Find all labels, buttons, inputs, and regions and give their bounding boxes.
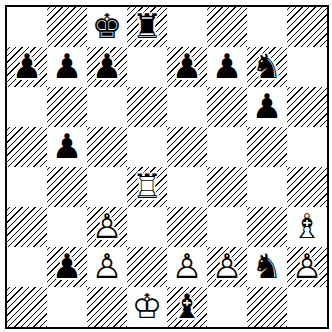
square-f3[interactable] [207,207,247,247]
piece-glyph-layer: ♗ [287,206,327,246]
square-e7[interactable]: ♟♟ [167,47,207,87]
white-bishop-h3[interactable]: ♝♗ [287,207,327,247]
white-king-d1[interactable]: ♚♔ [127,287,167,327]
square-d3[interactable] [127,207,167,247]
board-frame: ♚♚♜♜♟♟♟♟♟♟♟♟♟♟♞♞♟♟♟♟♜♖♟♙♝♗♟♟♟♙♟♙♟♙♞♞♟♙♚♔… [5,5,329,329]
black-king-c8[interactable]: ♚♚ [87,7,127,47]
piece-glyph-layer: ♙ [287,246,327,286]
square-a2[interactable] [7,247,47,287]
piece-glyph-layer: ♚ [87,6,127,46]
square-d8[interactable]: ♜♜ [127,7,167,47]
black-bishop-e1[interactable]: ♝♝ [167,287,207,327]
square-g3[interactable] [247,207,287,247]
piece-glyph-layer: ♝ [167,286,207,326]
black-pawn-b2[interactable]: ♟♟ [47,247,87,287]
square-c7[interactable]: ♟♟ [87,47,127,87]
square-b6[interactable] [47,87,87,127]
square-f5[interactable] [207,127,247,167]
square-c6[interactable] [87,87,127,127]
white-pawn-c2[interactable]: ♟♙ [87,247,127,287]
square-g6[interactable]: ♟♟ [247,87,287,127]
black-pawn-b7[interactable]: ♟♟ [47,47,87,87]
white-pawn-c3[interactable]: ♟♙ [87,207,127,247]
square-d2[interactable] [127,247,167,287]
piece-glyph-layer: ♔ [127,286,167,326]
piece-glyph-layer: ♙ [207,246,247,286]
square-c5[interactable] [87,127,127,167]
square-f2[interactable]: ♟♙ [207,247,247,287]
square-f4[interactable] [207,167,247,207]
black-pawn-b5[interactable]: ♟♟ [47,127,87,167]
black-knight-g2[interactable]: ♞♞ [247,247,287,287]
square-a4[interactable] [7,167,47,207]
square-a6[interactable] [7,87,47,127]
square-c4[interactable] [87,167,127,207]
piece-glyph-layer: ♙ [87,206,127,246]
square-e2[interactable]: ♟♙ [167,247,207,287]
square-h7[interactable] [287,47,327,87]
white-rook-d4[interactable]: ♜♖ [127,167,167,207]
square-e3[interactable] [167,207,207,247]
square-d1[interactable]: ♚♔ [127,287,167,327]
square-h5[interactable] [287,127,327,167]
square-b4[interactable] [47,167,87,207]
piece-glyph-layer: ♟ [247,86,287,126]
white-pawn-f2[interactable]: ♟♙ [207,247,247,287]
piece-glyph-layer: ♟ [207,46,247,86]
square-g5[interactable] [247,127,287,167]
white-pawn-e2[interactable]: ♟♙ [167,247,207,287]
square-a1[interactable] [7,287,47,327]
black-rook-d8[interactable]: ♜♜ [127,7,167,47]
square-e5[interactable] [167,127,207,167]
piece-glyph-layer: ♟ [47,246,87,286]
piece-glyph-layer: ♞ [247,46,287,86]
square-g1[interactable] [247,287,287,327]
square-e6[interactable] [167,87,207,127]
square-f6[interactable] [207,87,247,127]
chess-board: ♚♚♜♜♟♟♟♟♟♟♟♟♟♟♞♞♟♟♟♟♜♖♟♙♝♗♟♟♟♙♟♙♟♙♞♞♟♙♚♔… [7,7,327,327]
square-c8[interactable]: ♚♚ [87,7,127,47]
piece-glyph-layer: ♟ [87,46,127,86]
square-a3[interactable] [7,207,47,247]
square-c2[interactable]: ♟♙ [87,247,127,287]
square-g7[interactable]: ♞♞ [247,47,287,87]
square-b8[interactable] [47,7,87,47]
square-f1[interactable] [207,287,247,327]
square-b3[interactable] [47,207,87,247]
piece-glyph-layer: ♞ [247,246,287,286]
square-h6[interactable] [287,87,327,127]
square-c1[interactable] [87,287,127,327]
piece-glyph-layer: ♟ [47,46,87,86]
square-g8[interactable] [247,7,287,47]
black-pawn-c7[interactable]: ♟♟ [87,47,127,87]
square-h2[interactable]: ♟♙ [287,247,327,287]
square-e8[interactable] [167,7,207,47]
square-d7[interactable] [127,47,167,87]
square-g4[interactable] [247,167,287,207]
square-b7[interactable]: ♟♟ [47,47,87,87]
square-a5[interactable] [7,127,47,167]
piece-glyph-layer: ♟ [47,126,87,166]
black-pawn-g6[interactable]: ♟♟ [247,87,287,127]
black-knight-g7[interactable]: ♞♞ [247,47,287,87]
square-f8[interactable] [207,7,247,47]
piece-glyph-layer: ♙ [87,246,127,286]
square-h1[interactable] [287,287,327,327]
square-d5[interactable] [127,127,167,167]
piece-glyph-layer: ♟ [167,46,207,86]
black-pawn-e7[interactable]: ♟♟ [167,47,207,87]
square-b5[interactable]: ♟♟ [47,127,87,167]
square-f7[interactable]: ♟♟ [207,47,247,87]
white-pawn-h2[interactable]: ♟♙ [287,247,327,287]
square-e1[interactable]: ♝♝ [167,287,207,327]
piece-glyph-layer: ♙ [167,246,207,286]
square-h8[interactable] [287,7,327,47]
square-a7[interactable]: ♟♟ [7,47,47,87]
square-c3[interactable]: ♟♙ [87,207,127,247]
piece-glyph-layer: ♜ [127,6,167,46]
square-g2[interactable]: ♞♞ [247,247,287,287]
square-h3[interactable]: ♝♗ [287,207,327,247]
black-pawn-a7[interactable]: ♟♟ [7,47,47,87]
square-h4[interactable] [287,167,327,207]
square-b2[interactable]: ♟♟ [47,247,87,287]
square-b1[interactable] [47,287,87,327]
square-a8[interactable] [7,7,47,47]
square-e4[interactable] [167,167,207,207]
piece-glyph-layer: ♟ [7,46,47,86]
square-d4[interactable]: ♜♖ [127,167,167,207]
black-pawn-f7[interactable]: ♟♟ [207,47,247,87]
square-d6[interactable] [127,87,167,127]
piece-glyph-layer: ♖ [127,166,167,206]
